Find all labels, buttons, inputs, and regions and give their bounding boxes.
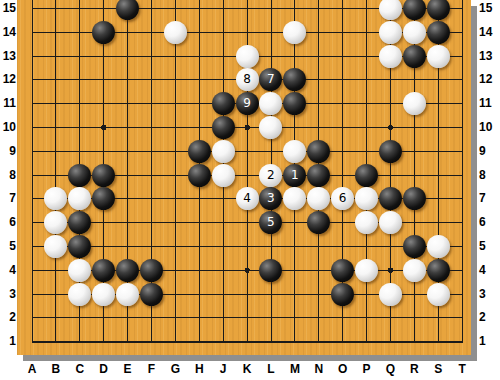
row-label-left-6: 6 — [0, 215, 16, 229]
move-number: 9 — [243, 92, 251, 115]
stone-white-J8 — [212, 164, 235, 187]
stone-black-S14 — [427, 21, 450, 44]
stone-white-O7: 6 — [331, 187, 354, 210]
col-label-Q: Q — [381, 362, 401, 376]
stone-white-P4 — [355, 259, 378, 282]
stone-white-B7 — [44, 187, 67, 210]
col-label-T: T — [452, 362, 472, 376]
stone-white-B5 — [44, 235, 67, 258]
stone-white-E3 — [116, 283, 139, 306]
row-label-right-7: 7 — [479, 191, 499, 205]
col-label-S: S — [428, 362, 448, 376]
stone-white-Q3 — [379, 283, 402, 306]
move-number: 1 — [291, 164, 299, 187]
stone-white-N7 — [307, 187, 330, 210]
col-label-O: O — [333, 362, 353, 376]
row-label-right-12: 12 — [479, 72, 499, 86]
stone-white-S5 — [427, 235, 450, 258]
stone-black-L6: 5 — [259, 211, 282, 234]
stone-white-K13 — [236, 45, 259, 68]
stone-white-Q14 — [379, 21, 402, 44]
row-label-left-13: 13 — [0, 49, 16, 63]
stone-black-O4 — [331, 259, 354, 282]
row-label-left-14: 14 — [0, 25, 16, 39]
row-label-left-5: 5 — [0, 239, 16, 253]
row-label-left-11: 11 — [0, 96, 16, 110]
stone-black-R15 — [403, 0, 426, 20]
row-label-left-12: 12 — [0, 72, 16, 86]
row-label-left-1: 1 — [0, 334, 16, 348]
stone-black-H8 — [188, 164, 211, 187]
stone-black-R5 — [403, 235, 426, 258]
stone-white-R14 — [403, 21, 426, 44]
stone-black-J10 — [212, 116, 235, 139]
move-number: 6 — [339, 187, 347, 210]
col-label-D: D — [94, 362, 114, 376]
move-number: 5 — [267, 211, 275, 234]
row-label-right-11: 11 — [479, 96, 499, 110]
stone-white-P6 — [355, 211, 378, 234]
stone-white-L10 — [259, 116, 282, 139]
stone-black-L4 — [259, 259, 282, 282]
stone-black-K11: 9 — [236, 92, 259, 115]
stone-black-D7 — [92, 187, 115, 210]
stone-black-M12 — [283, 68, 306, 91]
stone-white-C3 — [68, 283, 91, 306]
stone-white-D3 — [92, 283, 115, 306]
stone-white-R4 — [403, 259, 426, 282]
stone-white-Q13 — [379, 45, 402, 68]
stone-white-L11 — [259, 92, 282, 115]
row-label-right-1: 1 — [479, 334, 499, 348]
stone-white-Q15 — [379, 0, 402, 20]
row-label-right-13: 13 — [479, 49, 499, 63]
stone-black-Q7 — [379, 187, 402, 210]
stone-black-N8 — [307, 164, 330, 187]
move-number: 3 — [267, 187, 275, 210]
stone-white-C7 — [68, 187, 91, 210]
row-label-right-10: 10 — [479, 120, 499, 134]
stone-black-J11 — [212, 92, 235, 115]
stone-black-S15 — [427, 0, 450, 20]
col-label-E: E — [118, 362, 138, 376]
stone-black-P8 — [355, 164, 378, 187]
stone-white-G14 — [164, 21, 187, 44]
stone-white-S13 — [427, 45, 450, 68]
row-label-left-4: 4 — [0, 263, 16, 277]
row-label-left-10: 10 — [0, 120, 16, 134]
stone-white-P7 — [355, 187, 378, 210]
col-label-H: H — [189, 362, 209, 376]
stone-black-D14 — [92, 21, 115, 44]
col-label-R: R — [404, 362, 424, 376]
stone-black-E4 — [116, 259, 139, 282]
row-label-right-4: 4 — [479, 263, 499, 277]
stone-black-E15 — [116, 0, 139, 20]
stone-white-B6 — [44, 211, 67, 234]
row-label-left-2: 2 — [0, 310, 16, 324]
stone-white-K12: 8 — [236, 68, 259, 91]
row-label-right-6: 6 — [479, 215, 499, 229]
stone-black-D8 — [92, 164, 115, 187]
stone-black-N6 — [307, 211, 330, 234]
stone-white-K7: 4 — [236, 187, 259, 210]
row-label-left-3: 3 — [0, 287, 16, 301]
stone-white-J9 — [212, 140, 235, 163]
row-label-right-14: 14 — [479, 25, 499, 39]
row-label-right-5: 5 — [479, 239, 499, 253]
stone-black-F3 — [140, 283, 163, 306]
row-label-left-9: 9 — [0, 144, 16, 158]
stone-white-S3 — [427, 283, 450, 306]
move-number: 8 — [243, 68, 251, 91]
col-label-F: F — [142, 362, 162, 376]
col-label-M: M — [285, 362, 305, 376]
col-label-N: N — [309, 362, 329, 376]
row-label-right-9: 9 — [479, 144, 499, 158]
stone-black-H9 — [188, 140, 211, 163]
stone-black-F4 — [140, 259, 163, 282]
row-label-left-7: 7 — [0, 191, 16, 205]
col-label-K: K — [237, 362, 257, 376]
col-label-C: C — [70, 362, 90, 376]
stone-black-R7 — [403, 187, 426, 210]
move-number: 2 — [267, 164, 275, 187]
move-number: 4 — [243, 187, 251, 210]
stones-layer: 879214365 — [20, 0, 474, 354]
stone-black-M11 — [283, 92, 306, 115]
stone-white-C4 — [68, 259, 91, 282]
stone-black-L12: 7 — [259, 68, 282, 91]
col-label-B: B — [46, 362, 66, 376]
col-label-L: L — [261, 362, 281, 376]
stone-black-R13 — [403, 45, 426, 68]
stone-black-D4 — [92, 259, 115, 282]
col-label-P: P — [357, 362, 377, 376]
stone-black-L7: 3 — [259, 187, 282, 210]
stone-white-Q6 — [379, 211, 402, 234]
col-label-G: G — [165, 362, 185, 376]
stone-black-C5 — [68, 235, 91, 258]
stone-white-R11 — [403, 92, 426, 115]
stone-black-Q9 — [379, 140, 402, 163]
go-diagram: 879214365 151514141313121211111010998877… — [0, 0, 500, 380]
stone-white-M7 — [283, 187, 306, 210]
row-label-right-3: 3 — [479, 287, 499, 301]
row-label-left-8: 8 — [0, 168, 16, 182]
stone-black-M8: 1 — [283, 164, 306, 187]
col-label-J: J — [213, 362, 233, 376]
stone-black-C8 — [68, 164, 91, 187]
stone-black-C6 — [68, 211, 91, 234]
stone-black-O3 — [331, 283, 354, 306]
col-label-A: A — [22, 362, 42, 376]
move-number: 7 — [267, 68, 275, 91]
stone-white-M14 — [283, 21, 306, 44]
stone-white-L8: 2 — [259, 164, 282, 187]
row-label-right-2: 2 — [479, 310, 499, 324]
row-label-right-15: 15 — [479, 1, 499, 15]
row-label-right-8: 8 — [479, 168, 499, 182]
stone-white-M9 — [283, 140, 306, 163]
row-label-left-15: 15 — [0, 1, 16, 15]
stone-black-N9 — [307, 140, 330, 163]
stone-black-S4 — [427, 259, 450, 282]
